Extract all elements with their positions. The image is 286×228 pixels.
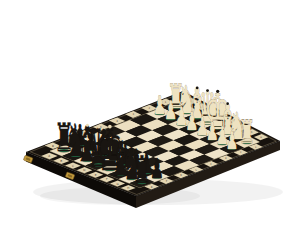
chess-set-photo: AABBCCDDEEFFGGHH8877665544332211♜♞♟♝♟♛♟♚… xyxy=(0,0,286,228)
piece-white-pawn-h2: ♟ xyxy=(226,126,239,155)
piece-white-king-e1-finial xyxy=(216,90,219,93)
piece-black-pawn-h7-glyph: ♟ xyxy=(150,152,164,184)
piece-white-rook-h1-glyph: ♜ xyxy=(239,114,256,151)
piece-white-pawn-h2-glyph: ♟ xyxy=(226,126,239,155)
piece-white-rook-h1: ♜ xyxy=(239,114,256,151)
piece-black-rook-h8: ♜ xyxy=(132,148,152,192)
plaque-rank-7-right-label: 7 xyxy=(165,180,167,183)
photo-canvas: AABBCCDDEEFFGGHH8877665544332211♜♞♟♝♟♛♟♚… xyxy=(0,0,286,228)
piece-black-rook-h8-glyph: ♜ xyxy=(132,148,152,192)
piece-black-king-e8-finial xyxy=(108,125,112,129)
piece-black-pawn-h7: ♟ xyxy=(150,152,164,184)
plaque-file-h-far-label: H xyxy=(260,136,262,139)
plaque-file-a-near-label: A xyxy=(48,154,50,158)
